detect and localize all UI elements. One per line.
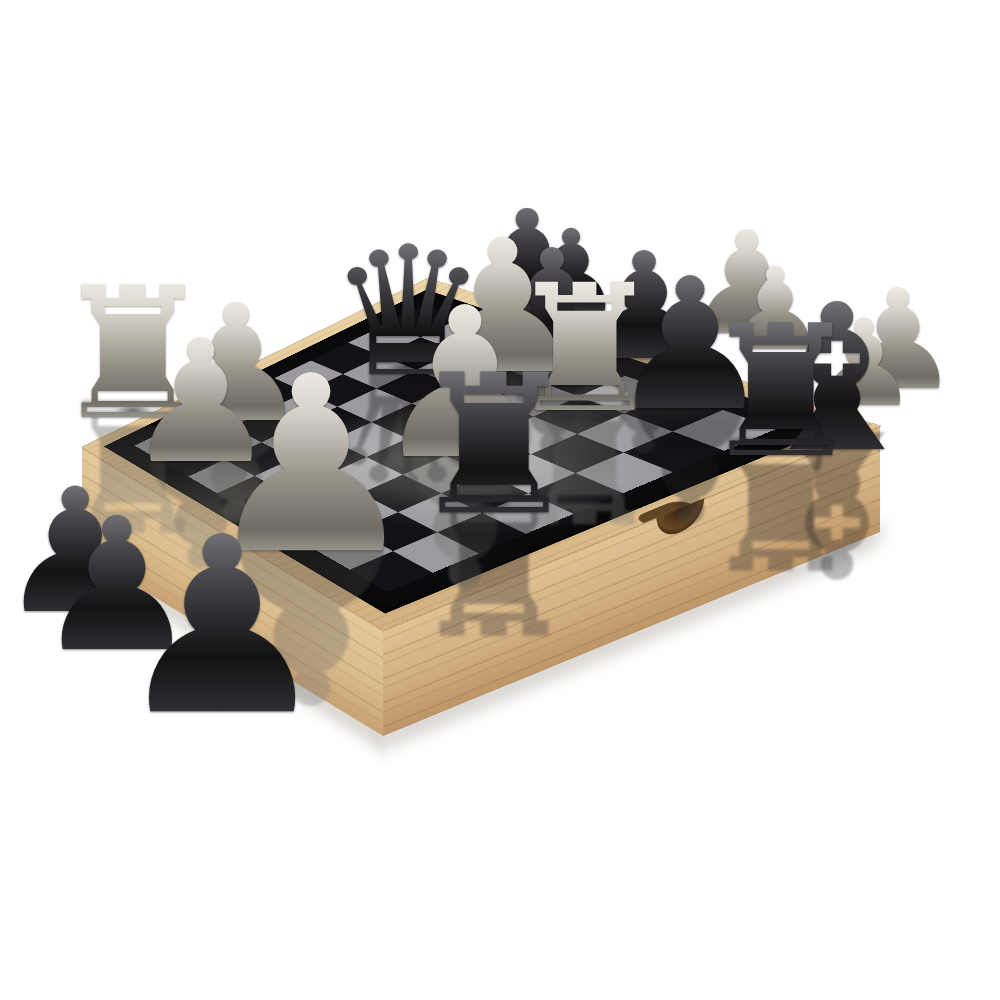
product-photo-stage: ♟♟♟♟♟♟♟♟♟♟♟♟♛♛♟♟♟♟♜♜♜♜♟♟♝♝♟♟♜♜♟♟♜♜♟♟♟♟♟ <box>0 0 1000 1000</box>
chess-box-scene <box>0 0 1000 1000</box>
